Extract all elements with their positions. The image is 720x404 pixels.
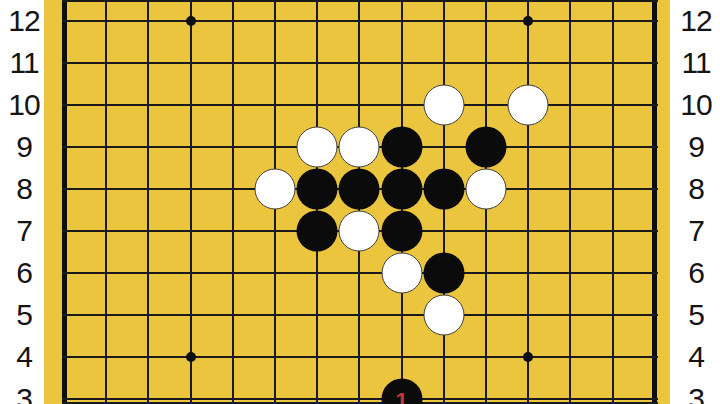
grid-line-horizontal xyxy=(62,272,658,274)
stone-white[interactable] xyxy=(297,127,338,168)
row-label-right-6: 6 xyxy=(688,256,704,290)
grid-line-horizontal xyxy=(62,62,658,64)
stone-black[interactable] xyxy=(297,169,338,210)
stone-white[interactable] xyxy=(255,169,296,210)
stone-white[interactable] xyxy=(508,85,549,126)
star-point xyxy=(186,352,196,362)
grid-line-horizontal xyxy=(62,356,658,358)
row-label-left-5: 5 xyxy=(16,298,32,332)
grid-line-vertical xyxy=(190,0,192,404)
move-number-label: 1 xyxy=(395,387,407,404)
stone-black[interactable] xyxy=(381,169,422,210)
star-point xyxy=(186,16,196,26)
row-label-left-6: 6 xyxy=(16,256,32,290)
row-label-right-8: 8 xyxy=(688,172,704,206)
grid-line-vertical xyxy=(147,0,149,404)
stone-white[interactable] xyxy=(423,85,464,126)
star-point xyxy=(523,16,533,26)
row-label-right-11: 11 xyxy=(681,46,710,80)
star-point xyxy=(523,352,533,362)
grid-line-vertical xyxy=(232,0,234,404)
row-label-left-12: 12 xyxy=(8,4,39,38)
stone-black[interactable] xyxy=(381,211,422,252)
row-label-right-9: 9 xyxy=(688,130,704,164)
row-label-right-7: 7 xyxy=(688,214,704,248)
grid-line-vertical xyxy=(569,0,571,404)
stone-black[interactable] xyxy=(423,169,464,210)
stone-white[interactable] xyxy=(339,127,380,168)
grid-line-horizontal xyxy=(62,314,658,316)
stone-white[interactable] xyxy=(381,253,422,294)
stone-black[interactable] xyxy=(466,127,507,168)
grid-line-vertical xyxy=(105,0,107,404)
row-label-right-5: 5 xyxy=(688,298,704,332)
row-label-left-9: 9 xyxy=(16,130,32,164)
stone-black[interactable] xyxy=(423,253,464,294)
stone-white[interactable] xyxy=(339,211,380,252)
stone-white[interactable] xyxy=(423,295,464,336)
go-board[interactable]: 1 xyxy=(0,0,720,404)
row-label-left-11: 11 xyxy=(9,46,38,80)
row-label-left-10: 10 xyxy=(8,88,39,122)
grid-line-horizontal xyxy=(62,20,658,22)
board-edge-line-vertical xyxy=(62,0,67,404)
stone-white[interactable] xyxy=(466,169,507,210)
grid-line-vertical xyxy=(527,0,529,404)
go-diagram-screen: 1 1211109876543 1211109876543 xyxy=(0,0,720,404)
stone-black[interactable] xyxy=(339,169,380,210)
row-label-right-3: 3 xyxy=(688,382,704,404)
row-labels-left: 1211109876543 xyxy=(0,0,44,404)
row-label-right-12: 12 xyxy=(680,4,711,38)
grid-line-horizontal xyxy=(62,104,658,106)
row-labels-right: 1211109876543 xyxy=(670,0,720,404)
row-label-left-8: 8 xyxy=(16,172,32,206)
row-label-right-4: 4 xyxy=(688,340,704,374)
board-edge-line-vertical xyxy=(652,0,657,404)
stone-black[interactable] xyxy=(381,127,422,168)
stone-black-move-1[interactable]: 1 xyxy=(381,379,422,404)
row-label-left-4: 4 xyxy=(16,340,32,374)
row-label-left-7: 7 xyxy=(16,214,32,248)
grid-line-horizontal-partial xyxy=(62,0,658,2)
grid-line-vertical xyxy=(612,0,614,404)
row-label-right-10: 10 xyxy=(680,88,711,122)
stone-black[interactable] xyxy=(297,211,338,252)
row-label-left-3: 3 xyxy=(16,382,32,404)
grid-line-horizontal xyxy=(62,398,658,400)
